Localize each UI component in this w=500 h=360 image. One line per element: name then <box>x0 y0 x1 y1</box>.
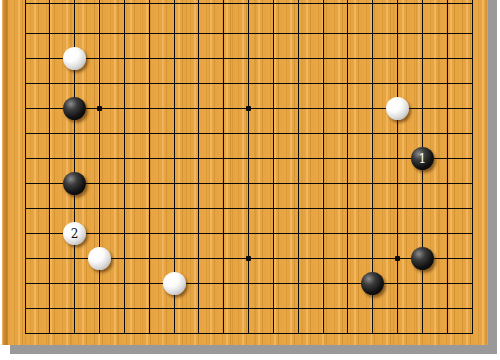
grid-line-horizontal-18 <box>25 308 473 309</box>
grid-line-horizontal-6 <box>25 3 473 4</box>
stone-black-R4[interactable] <box>411 247 434 270</box>
stone-move-number: 1 <box>411 147 434 170</box>
grid-line-horizontal-8 <box>25 58 473 59</box>
go-diagram: 21 <box>0 0 500 360</box>
stone-white-Q10[interactable] <box>386 97 409 120</box>
stone-black-R8[interactable]: 1 <box>411 147 434 170</box>
stone-black-C10[interactable] <box>63 97 86 120</box>
stone-white-G3[interactable] <box>163 272 186 295</box>
star-point-10-10 <box>246 106 251 111</box>
stone-black-C7[interactable] <box>63 172 86 195</box>
stone-white-C12[interactable] <box>63 47 86 70</box>
star-point-4-10 <box>97 106 102 111</box>
stone-white-C5[interactable]: 2 <box>63 222 86 245</box>
grid-line-horizontal-12 <box>25 158 473 159</box>
star-point-16-16 <box>395 256 400 261</box>
grid-line-horizontal-17 <box>25 283 473 284</box>
grid-line-horizontal-15 <box>25 233 473 234</box>
grid-line-horizontal-7 <box>25 33 473 34</box>
stone-black-P3[interactable] <box>361 272 384 295</box>
stone-move-number: 2 <box>63 222 86 245</box>
goban-grid-layer[interactable]: 21 <box>0 0 500 360</box>
stone-white-D4[interactable] <box>88 247 111 270</box>
grid-line-horizontal-11 <box>25 133 473 134</box>
grid-line-horizontal-19 <box>25 333 473 334</box>
grid-line-horizontal-13 <box>25 183 473 184</box>
grid-line-horizontal-14 <box>25 208 473 209</box>
star-point-10-16 <box>246 256 251 261</box>
grid-line-horizontal-9 <box>25 83 473 84</box>
